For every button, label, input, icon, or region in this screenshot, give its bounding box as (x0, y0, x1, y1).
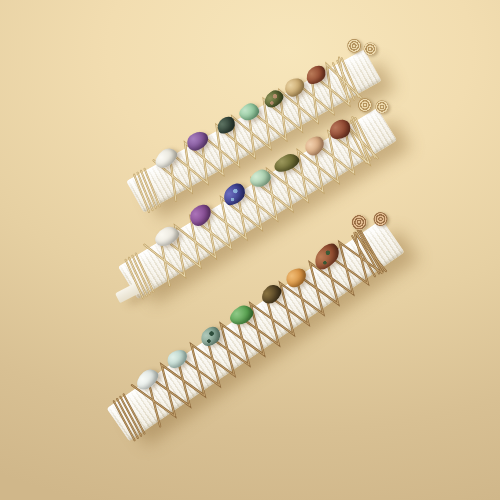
stone-lapis-lazuli (219, 180, 249, 209)
stone-clear-quartz (152, 145, 181, 172)
stone-carnelian (283, 265, 310, 290)
stone-clear-quartz (152, 223, 182, 249)
stone-tiger-eye (258, 281, 284, 307)
stone-red-jasper (303, 63, 329, 88)
stone-amazonite (165, 347, 191, 371)
stone-tree-agate (197, 323, 224, 349)
stone-amethyst (184, 129, 211, 153)
scene-caption: Overhead product photo of three white se… (0, 0, 1, 1)
stone-amethyst (186, 201, 215, 229)
stone-bloodstone (309, 239, 343, 273)
stone-green-aventurine (226, 302, 255, 328)
stone-green-aventurine (237, 101, 262, 124)
stone-unakite (271, 151, 301, 175)
photo-backdrop: Overhead product photo of three white se… (0, 0, 500, 500)
stone-peach-carnelian (302, 133, 328, 158)
stone-red-jasper (327, 116, 355, 142)
stone-green-fluorite (247, 167, 273, 190)
stone-citrine (282, 75, 307, 99)
stone-clear-quartz (133, 366, 162, 394)
stone-unakite (261, 87, 286, 111)
stone-dark-moss-agate (214, 114, 238, 137)
